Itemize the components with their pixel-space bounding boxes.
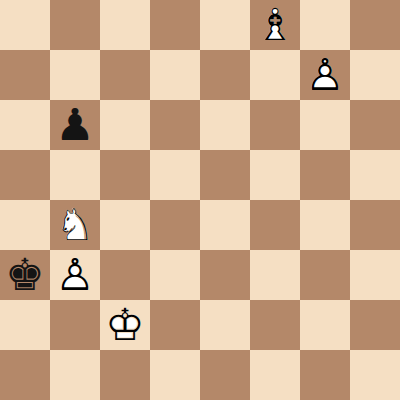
square-g5[interactable]: [300, 150, 350, 200]
square-a2[interactable]: [0, 300, 50, 350]
chess-board: ♝♗♟♙♟♞♘♚♟♙♚♔: [0, 0, 400, 400]
square-g1[interactable]: [300, 350, 350, 400]
square-a8[interactable]: [0, 0, 50, 50]
square-g2[interactable]: [300, 300, 350, 350]
piece-white-pawn-g7[interactable]: ♟♙: [300, 50, 350, 100]
square-e1[interactable]: [200, 350, 250, 400]
square-f7[interactable]: [250, 50, 300, 100]
square-f5[interactable]: [250, 150, 300, 200]
square-a4[interactable]: [0, 200, 50, 250]
square-b2[interactable]: [50, 300, 100, 350]
piece-black-king-a3[interactable]: ♚: [0, 250, 50, 300]
square-d5[interactable]: [150, 150, 200, 200]
square-a7[interactable]: [0, 50, 50, 100]
square-b1[interactable]: [50, 350, 100, 400]
square-d2[interactable]: [150, 300, 200, 350]
pawn-outline-glyph: ♙: [50, 250, 100, 300]
square-d4[interactable]: [150, 200, 200, 250]
square-e4[interactable]: [200, 200, 250, 250]
square-e2[interactable]: [200, 300, 250, 350]
square-c8[interactable]: [100, 0, 150, 50]
square-h5[interactable]: [350, 150, 400, 200]
square-h3[interactable]: [350, 250, 400, 300]
square-b3[interactable]: ♟♙: [50, 250, 100, 300]
piece-white-pawn-b3[interactable]: ♟♙: [50, 250, 100, 300]
square-c6[interactable]: [100, 100, 150, 150]
square-c1[interactable]: [100, 350, 150, 400]
square-b5[interactable]: [50, 150, 100, 200]
square-g4[interactable]: [300, 200, 350, 250]
square-h8[interactable]: [350, 0, 400, 50]
square-d7[interactable]: [150, 50, 200, 100]
square-h4[interactable]: [350, 200, 400, 250]
piece-white-king-c2[interactable]: ♚♔: [100, 300, 150, 350]
pawn-outline-glyph: ♙: [300, 50, 350, 100]
knight-outline-glyph: ♘: [50, 200, 100, 250]
piece-white-bishop-f8[interactable]: ♝♗: [250, 0, 300, 50]
square-g7[interactable]: ♟♙: [300, 50, 350, 100]
square-e3[interactable]: [200, 250, 250, 300]
square-f4[interactable]: [250, 200, 300, 250]
square-d3[interactable]: [150, 250, 200, 300]
square-f3[interactable]: [250, 250, 300, 300]
square-e5[interactable]: [200, 150, 250, 200]
square-c2[interactable]: ♚♔: [100, 300, 150, 350]
square-c5[interactable]: [100, 150, 150, 200]
square-h7[interactable]: [350, 50, 400, 100]
square-f2[interactable]: [250, 300, 300, 350]
square-b7[interactable]: [50, 50, 100, 100]
square-a3[interactable]: ♚: [0, 250, 50, 300]
square-f8[interactable]: ♝♗: [250, 0, 300, 50]
square-g6[interactable]: [300, 100, 350, 150]
square-h6[interactable]: [350, 100, 400, 150]
square-h1[interactable]: [350, 350, 400, 400]
square-a6[interactable]: [0, 100, 50, 150]
square-g8[interactable]: [300, 0, 350, 50]
square-c7[interactable]: [100, 50, 150, 100]
square-e6[interactable]: [200, 100, 250, 150]
square-a5[interactable]: [0, 150, 50, 200]
bishop-outline-glyph: ♗: [250, 0, 300, 50]
square-f6[interactable]: [250, 100, 300, 150]
square-a1[interactable]: [0, 350, 50, 400]
square-c4[interactable]: [100, 200, 150, 250]
square-d8[interactable]: [150, 0, 200, 50]
square-d1[interactable]: [150, 350, 200, 400]
square-e8[interactable]: [200, 0, 250, 50]
piece-black-pawn-b6[interactable]: ♟: [50, 100, 100, 150]
square-h2[interactable]: [350, 300, 400, 350]
square-c3[interactable]: [100, 250, 150, 300]
square-b6[interactable]: ♟: [50, 100, 100, 150]
square-b4[interactable]: ♞♘: [50, 200, 100, 250]
king-outline-glyph: ♔: [100, 300, 150, 350]
square-g3[interactable]: [300, 250, 350, 300]
piece-white-knight-b4[interactable]: ♞♘: [50, 200, 100, 250]
square-f1[interactable]: [250, 350, 300, 400]
square-e7[interactable]: [200, 50, 250, 100]
square-b8[interactable]: [50, 0, 100, 50]
square-d6[interactable]: [150, 100, 200, 150]
